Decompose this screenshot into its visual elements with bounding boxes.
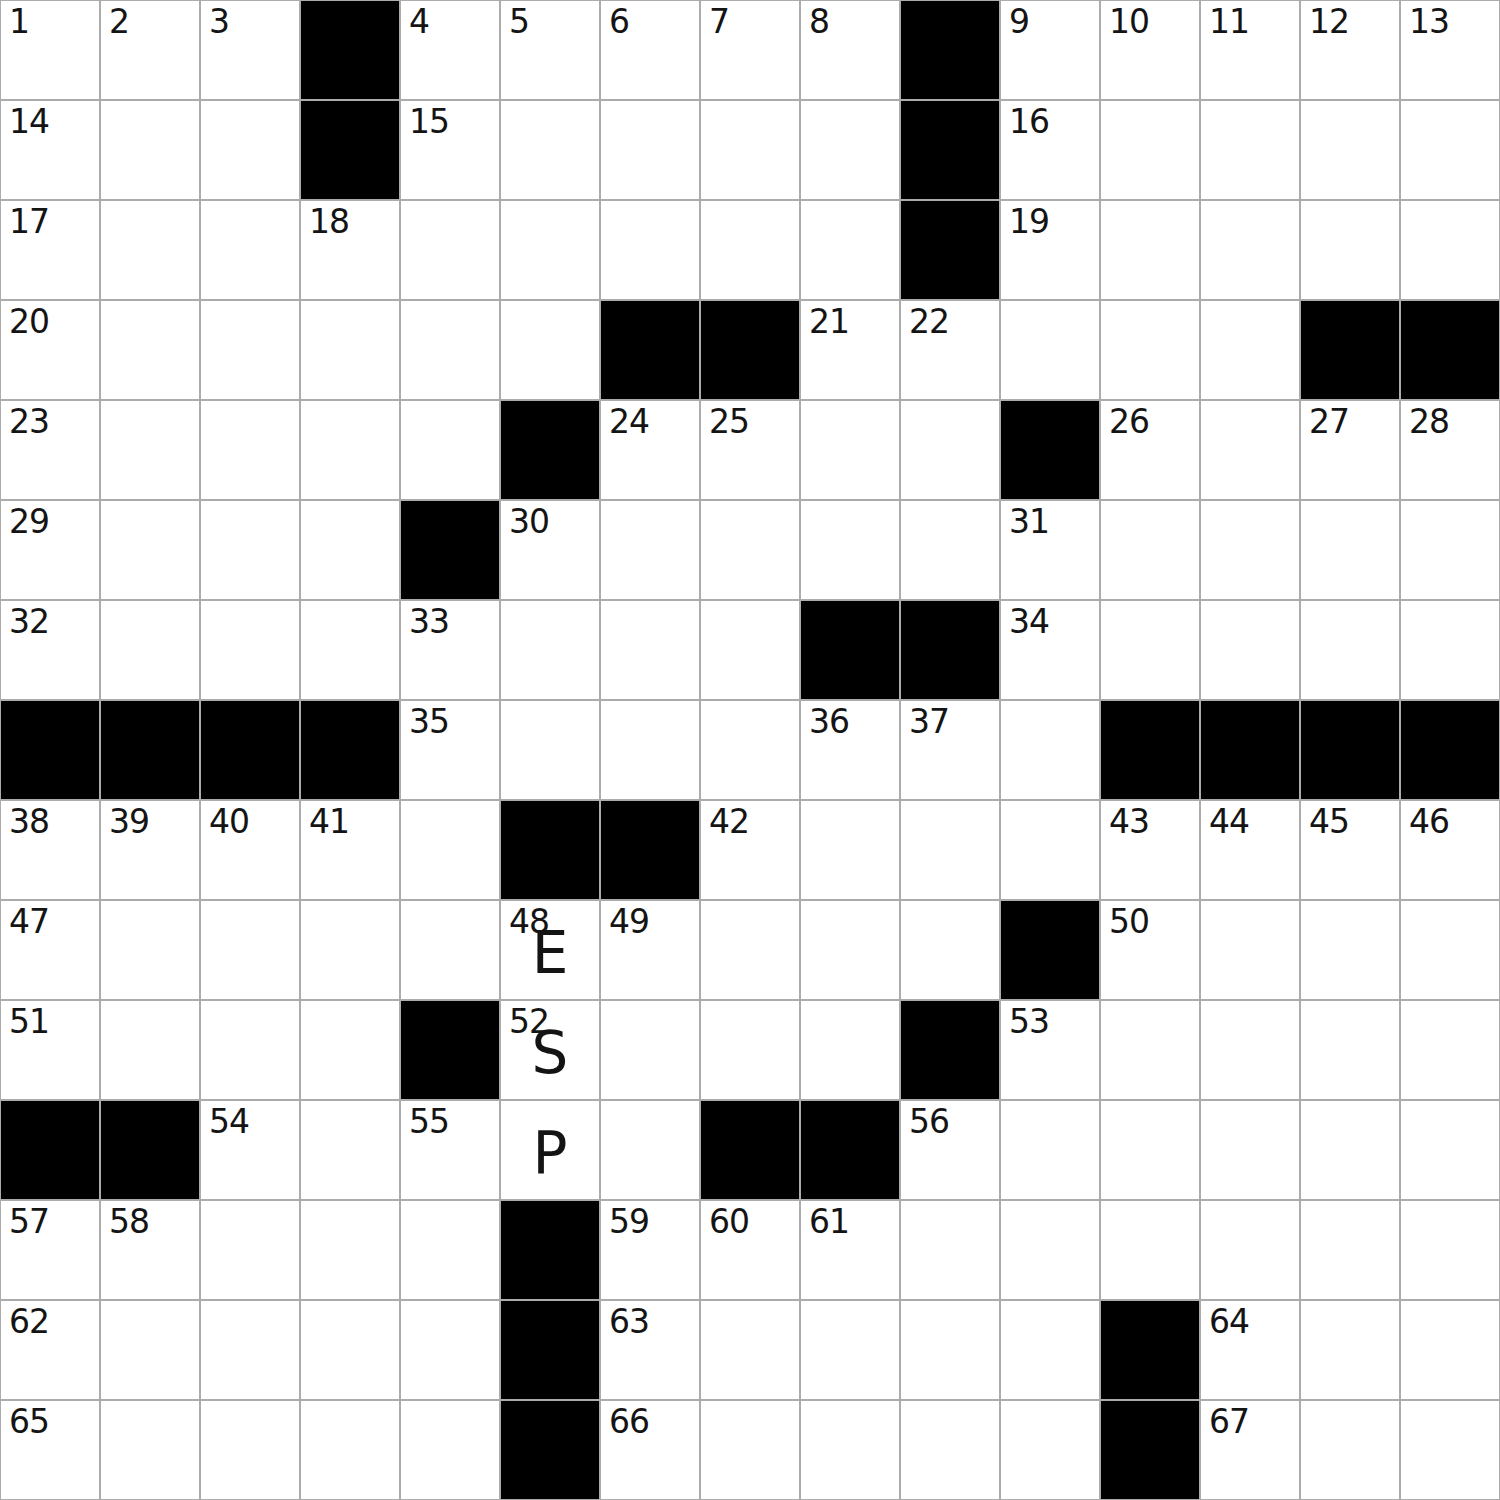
cell-r2c3[interactable] xyxy=(200,100,300,200)
cell-r3c14[interactable] xyxy=(1300,200,1400,300)
cell-r2c14[interactable] xyxy=(1300,100,1400,200)
clue-number: 14 xyxy=(9,104,49,140)
cell-r4c10[interactable]: 22 xyxy=(900,300,1000,400)
cell-r9c11[interactable] xyxy=(1000,800,1100,900)
cell-r4c5[interactable] xyxy=(400,300,500,400)
cell-r9c2[interactable]: 39 xyxy=(100,800,200,900)
cell-r1c5[interactable]: 4 xyxy=(400,0,500,100)
clue-number: 39 xyxy=(109,804,149,840)
cell-r15c2[interactable] xyxy=(100,1400,200,1500)
clue-number: 25 xyxy=(709,404,749,440)
clue-number: 22 xyxy=(909,304,949,340)
cell-r6c2[interactable] xyxy=(100,500,200,600)
cell-r11c9[interactable] xyxy=(800,1000,900,1100)
cell-r2c1[interactable]: 14 xyxy=(0,100,100,200)
cell-r11c8[interactable] xyxy=(700,1000,800,1100)
cell-r13c12[interactable] xyxy=(1100,1200,1200,1300)
cell-r14c15[interactable] xyxy=(1400,1300,1500,1400)
cell-r11c13[interactable] xyxy=(1200,1000,1300,1100)
cell-r1c15[interactable]: 13 xyxy=(1400,0,1500,100)
cell-r11c15[interactable] xyxy=(1400,1000,1500,1100)
clue-number: 64 xyxy=(1209,1304,1249,1340)
block-r9c6 xyxy=(500,800,600,900)
clue-number: 66 xyxy=(609,1404,649,1440)
block-r11c5 xyxy=(400,1000,500,1100)
cell-r4c9[interactable]: 21 xyxy=(800,300,900,400)
cell-r15c9[interactable] xyxy=(800,1400,900,1500)
cell-r13c4[interactable] xyxy=(300,1200,400,1300)
cell-r15c4[interactable] xyxy=(300,1400,400,1500)
block-r15c6 xyxy=(500,1400,600,1500)
cell-r3c4[interactable]: 18 xyxy=(300,200,400,300)
cell-r12c12[interactable] xyxy=(1100,1100,1200,1200)
cell-r8c10[interactable]: 37 xyxy=(900,700,1000,800)
cell-r9c1[interactable]: 38 xyxy=(0,800,100,900)
clue-number: 20 xyxy=(9,304,49,340)
cell-r12c11[interactable] xyxy=(1000,1100,1100,1200)
cell-r14c13[interactable]: 64 xyxy=(1200,1300,1300,1400)
clue-number: 51 xyxy=(9,1004,49,1040)
cell-r12c4[interactable] xyxy=(300,1100,400,1200)
block-r8c2 xyxy=(100,700,200,800)
clue-number: 58 xyxy=(109,1204,149,1240)
cell-r7c1[interactable]: 32 xyxy=(0,600,100,700)
cell-r14c2[interactable] xyxy=(100,1300,200,1400)
block-r8c14 xyxy=(1300,700,1400,800)
cell-r5c5[interactable] xyxy=(400,400,500,500)
cell-r4c11[interactable] xyxy=(1000,300,1100,400)
clue-number: 23 xyxy=(9,404,49,440)
cell-r11c7[interactable] xyxy=(600,1000,700,1100)
clue-number: 32 xyxy=(9,604,49,640)
block-r4c14 xyxy=(1300,300,1400,400)
cell-r8c5[interactable]: 35 xyxy=(400,700,500,800)
cell-r13c8[interactable]: 60 xyxy=(700,1200,800,1300)
cell-r5c8[interactable]: 25 xyxy=(700,400,800,500)
block-r2c4 xyxy=(300,100,400,200)
cell-letter: S xyxy=(501,1001,599,1099)
cell-r11c2[interactable] xyxy=(100,1000,200,1100)
block-r10c11 xyxy=(1000,900,1100,1000)
cell-r1c14[interactable]: 12 xyxy=(1300,0,1400,100)
cell-r15c11[interactable] xyxy=(1000,1400,1100,1500)
cell-r3c2[interactable] xyxy=(100,200,200,300)
clue-number: 3 xyxy=(209,4,229,40)
cell-r10c3[interactable] xyxy=(200,900,300,1000)
cell-r2c12[interactable] xyxy=(1100,100,1200,200)
block-r12c8 xyxy=(700,1100,800,1200)
block-r8c15 xyxy=(1400,700,1500,800)
cell-r14c9[interactable] xyxy=(800,1300,900,1400)
crossword-board: 1234567891011121314151617181920212223242… xyxy=(0,0,1500,1500)
cell-r1c11[interactable]: 9 xyxy=(1000,0,1100,100)
block-r7c10 xyxy=(900,600,1000,700)
clue-number: 6 xyxy=(609,4,629,40)
cell-r1c9[interactable]: 8 xyxy=(800,0,900,100)
clue-number: 19 xyxy=(1009,204,1049,240)
cell-r15c14[interactable] xyxy=(1300,1400,1400,1500)
clue-number: 43 xyxy=(1109,804,1149,840)
cell-r8c6[interactable] xyxy=(500,700,600,800)
cell-r13c1[interactable]: 57 xyxy=(0,1200,100,1300)
cell-r10c10[interactable] xyxy=(900,900,1000,1000)
cell-r15c3[interactable] xyxy=(200,1400,300,1500)
cell-r7c8[interactable] xyxy=(700,600,800,700)
clue-number: 29 xyxy=(9,504,49,540)
cell-r5c2[interactable] xyxy=(100,400,200,500)
cell-r1c12[interactable]: 10 xyxy=(1100,0,1200,100)
cell-r6c12[interactable] xyxy=(1100,500,1200,600)
cell-r1c13[interactable]: 11 xyxy=(1200,0,1300,100)
clue-number: 53 xyxy=(1009,1004,1049,1040)
cell-r6c6[interactable]: 30 xyxy=(500,500,600,600)
cell-r13c13[interactable] xyxy=(1200,1200,1300,1300)
block-r8c12 xyxy=(1100,700,1200,800)
cell-r14c10[interactable] xyxy=(900,1300,1000,1400)
block-r5c11 xyxy=(1000,400,1100,500)
cell-r15c10[interactable] xyxy=(900,1400,1000,1500)
cell-r10c1[interactable]: 47 xyxy=(0,900,100,1000)
cell-r14c11[interactable] xyxy=(1000,1300,1100,1400)
cell-r14c1[interactable]: 62 xyxy=(0,1300,100,1400)
clue-number: 40 xyxy=(209,804,249,840)
cell-r10c12[interactable]: 50 xyxy=(1100,900,1200,1000)
cell-r9c3[interactable]: 40 xyxy=(200,800,300,900)
cell-r9c10[interactable] xyxy=(900,800,1000,900)
clue-number: 9 xyxy=(1009,4,1029,40)
clue-number: 36 xyxy=(809,704,849,740)
clue-number: 55 xyxy=(409,1104,449,1140)
cell-r7c5[interactable]: 33 xyxy=(400,600,500,700)
clue-number: 61 xyxy=(809,1204,849,1240)
cell-r10c14[interactable] xyxy=(1300,900,1400,1000)
cell-r13c15[interactable] xyxy=(1400,1200,1500,1300)
cell-r12c3[interactable]: 54 xyxy=(200,1100,300,1200)
clue-number: 57 xyxy=(9,1204,49,1240)
cell-r8c9[interactable]: 36 xyxy=(800,700,900,800)
cell-r6c14[interactable] xyxy=(1300,500,1400,600)
cell-r10c9[interactable] xyxy=(800,900,900,1000)
cell-r3c8[interactable] xyxy=(700,200,800,300)
cell-r13c11[interactable] xyxy=(1000,1200,1100,1300)
cell-r7c13[interactable] xyxy=(1200,600,1300,700)
block-r3c10 xyxy=(900,200,1000,300)
cell-r13c9[interactable]: 61 xyxy=(800,1200,900,1300)
cell-r4c4[interactable] xyxy=(300,300,400,400)
clue-number: 47 xyxy=(9,904,49,940)
clue-number: 45 xyxy=(1309,804,1349,840)
cell-r2c7[interactable] xyxy=(600,100,700,200)
cell-r15c13[interactable]: 67 xyxy=(1200,1400,1300,1500)
cell-r9c15[interactable]: 46 xyxy=(1400,800,1500,900)
cell-r11c3[interactable] xyxy=(200,1000,300,1100)
clue-number: 31 xyxy=(1009,504,1049,540)
cell-r7c4[interactable] xyxy=(300,600,400,700)
clue-number: 11 xyxy=(1209,4,1249,40)
cell-r8c8[interactable] xyxy=(700,700,800,800)
cell-r4c13[interactable] xyxy=(1200,300,1300,400)
clue-number: 46 xyxy=(1409,804,1449,840)
cell-r12c6[interactable]: P xyxy=(500,1100,600,1200)
clue-number: 50 xyxy=(1109,904,1149,940)
cell-r9c14[interactable]: 45 xyxy=(1300,800,1400,900)
cell-r10c5[interactable] xyxy=(400,900,500,1000)
cell-r5c4[interactable] xyxy=(300,400,400,500)
clue-number: 38 xyxy=(9,804,49,840)
cell-letter: E xyxy=(501,901,599,999)
cell-r14c3[interactable] xyxy=(200,1300,300,1400)
block-r4c15 xyxy=(1400,300,1500,400)
cell-r12c14[interactable] xyxy=(1300,1100,1400,1200)
cell-r10c13[interactable] xyxy=(1200,900,1300,1000)
cell-r13c14[interactable] xyxy=(1300,1200,1400,1300)
clue-number: 2 xyxy=(109,4,129,40)
clue-number: 49 xyxy=(609,904,649,940)
clue-number: 34 xyxy=(1009,604,1049,640)
cell-r2c11[interactable]: 16 xyxy=(1000,100,1100,200)
clue-number: 26 xyxy=(1109,404,1149,440)
block-r11c10 xyxy=(900,1000,1000,1100)
cell-r4c1[interactable]: 20 xyxy=(0,300,100,400)
cell-r11c14[interactable] xyxy=(1300,1000,1400,1100)
cell-r4c2[interactable] xyxy=(100,300,200,400)
block-r12c1 xyxy=(0,1100,100,1200)
cell-r3c13[interactable] xyxy=(1200,200,1300,300)
cell-r10c8[interactable] xyxy=(700,900,800,1000)
block-r1c10 xyxy=(900,0,1000,100)
cell-r2c8[interactable] xyxy=(700,100,800,200)
cell-r5c13[interactable] xyxy=(1200,400,1300,500)
cell-r5c9[interactable] xyxy=(800,400,900,500)
block-r8c13 xyxy=(1200,700,1300,800)
cell-r1c2[interactable]: 2 xyxy=(100,0,200,100)
clue-number: 24 xyxy=(609,404,649,440)
clue-number: 4 xyxy=(409,4,429,40)
clue-number: 37 xyxy=(909,704,949,740)
cell-r5c10[interactable] xyxy=(900,400,1000,500)
cell-r14c7[interactable]: 63 xyxy=(600,1300,700,1400)
cell-r5c14[interactable]: 27 xyxy=(1300,400,1400,500)
cell-r3c11[interactable]: 19 xyxy=(1000,200,1100,300)
block-r5c6 xyxy=(500,400,600,500)
block-r12c9 xyxy=(800,1100,900,1200)
block-r6c5 xyxy=(400,500,500,600)
cell-r7c11[interactable]: 34 xyxy=(1000,600,1100,700)
cell-r6c1[interactable]: 29 xyxy=(0,500,100,600)
cell-r11c6[interactable]: 52S xyxy=(500,1000,600,1100)
clue-number: 65 xyxy=(9,1404,49,1440)
cell-r6c8[interactable] xyxy=(700,500,800,600)
cell-r7c6[interactable] xyxy=(500,600,600,700)
cell-r10c15[interactable] xyxy=(1400,900,1500,1000)
clue-number: 5 xyxy=(509,4,529,40)
clue-number: 62 xyxy=(9,1304,49,1340)
cell-r12c10[interactable]: 56 xyxy=(900,1100,1000,1200)
cell-r4c6[interactable] xyxy=(500,300,600,400)
cell-r10c2[interactable] xyxy=(100,900,200,1000)
cell-r12c5[interactable]: 55 xyxy=(400,1100,500,1200)
cell-r9c12[interactable]: 43 xyxy=(1100,800,1200,900)
cell-r10c7[interactable]: 49 xyxy=(600,900,700,1000)
cell-r6c15[interactable] xyxy=(1400,500,1500,600)
cell-r10c6[interactable]: 48E xyxy=(500,900,600,1000)
cell-r5c3[interactable] xyxy=(200,400,300,500)
clue-number: 10 xyxy=(1109,4,1149,40)
cell-r15c1[interactable]: 65 xyxy=(0,1400,100,1500)
clue-number: 42 xyxy=(709,804,749,840)
clue-number: 41 xyxy=(309,804,349,840)
cell-r9c13[interactable]: 44 xyxy=(1200,800,1300,900)
cell-r6c9[interactable] xyxy=(800,500,900,600)
cell-r6c3[interactable] xyxy=(200,500,300,600)
cell-r9c9[interactable] xyxy=(800,800,900,900)
cell-r15c8[interactable] xyxy=(700,1400,800,1500)
cell-r3c15[interactable] xyxy=(1400,200,1500,300)
cell-r15c15[interactable] xyxy=(1400,1400,1500,1500)
block-r15c12 xyxy=(1100,1400,1200,1500)
clue-number: 67 xyxy=(1209,1404,1249,1440)
cell-r9c5[interactable] xyxy=(400,800,500,900)
cell-r8c11[interactable] xyxy=(1000,700,1100,800)
cell-r6c10[interactable] xyxy=(900,500,1000,600)
cell-r11c4[interactable] xyxy=(300,1000,400,1100)
cell-r14c14[interactable] xyxy=(1300,1300,1400,1400)
cell-r3c3[interactable] xyxy=(200,200,300,300)
cell-r2c9[interactable] xyxy=(800,100,900,200)
cell-r3c5[interactable] xyxy=(400,200,500,300)
cell-r4c12[interactable] xyxy=(1100,300,1200,400)
cell-r2c5[interactable]: 15 xyxy=(400,100,500,200)
block-r1c4 xyxy=(300,0,400,100)
clue-number: 21 xyxy=(809,304,849,340)
cell-r2c13[interactable] xyxy=(1200,100,1300,200)
cell-r14c4[interactable] xyxy=(300,1300,400,1400)
cell-r5c15[interactable]: 28 xyxy=(1400,400,1500,500)
clue-number: 59 xyxy=(609,1204,649,1240)
block-r2c10 xyxy=(900,100,1000,200)
cell-r5c12[interactable]: 26 xyxy=(1100,400,1200,500)
cell-r2c15[interactable] xyxy=(1400,100,1500,200)
cell-r9c8[interactable]: 42 xyxy=(700,800,800,900)
cell-r3c7[interactable] xyxy=(600,200,700,300)
cell-r7c14[interactable] xyxy=(1300,600,1400,700)
cell-r9c4[interactable]: 41 xyxy=(300,800,400,900)
clue-number: 56 xyxy=(909,1104,949,1140)
cell-r6c13[interactable] xyxy=(1200,500,1300,600)
cell-r13c5[interactable] xyxy=(400,1200,500,1300)
cell-r11c12[interactable] xyxy=(1100,1000,1200,1100)
cell-r13c2[interactable]: 58 xyxy=(100,1200,200,1300)
clue-number: 30 xyxy=(509,504,549,540)
cell-r8c7[interactable] xyxy=(600,700,700,800)
cell-r12c7[interactable] xyxy=(600,1100,700,1200)
cell-r6c7[interactable] xyxy=(600,500,700,600)
clue-number: 44 xyxy=(1209,804,1249,840)
cell-r1c3[interactable]: 3 xyxy=(200,0,300,100)
clue-number: 54 xyxy=(209,1104,249,1140)
block-r12c2 xyxy=(100,1100,200,1200)
cell-r15c5[interactable] xyxy=(400,1400,500,1500)
block-r8c4 xyxy=(300,700,400,800)
block-r7c9 xyxy=(800,600,900,700)
clue-number: 15 xyxy=(409,104,449,140)
cell-r3c9[interactable] xyxy=(800,200,900,300)
clue-number: 63 xyxy=(609,1304,649,1340)
block-r14c12 xyxy=(1100,1300,1200,1400)
cell-r3c12[interactable] xyxy=(1100,200,1200,300)
clue-number: 33 xyxy=(409,604,449,640)
cell-r2c6[interactable] xyxy=(500,100,600,200)
cell-r5c1[interactable]: 23 xyxy=(0,400,100,500)
cell-r7c15[interactable] xyxy=(1400,600,1500,700)
cell-r2c2[interactable] xyxy=(100,100,200,200)
block-r4c7 xyxy=(600,300,700,400)
cell-r1c8[interactable]: 7 xyxy=(700,0,800,100)
cell-r1c6[interactable]: 5 xyxy=(500,0,600,100)
cell-r6c11[interactable]: 31 xyxy=(1000,500,1100,600)
block-r14c6 xyxy=(500,1300,600,1400)
block-r4c8 xyxy=(700,300,800,400)
clue-number: 12 xyxy=(1309,4,1349,40)
cell-r15c7[interactable]: 66 xyxy=(600,1400,700,1500)
clue-number: 18 xyxy=(309,204,349,240)
cell-letter: P xyxy=(501,1101,599,1199)
clue-number: 17 xyxy=(9,204,49,240)
block-r9c7 xyxy=(600,800,700,900)
clue-number: 8 xyxy=(809,4,829,40)
cell-r11c11[interactable]: 53 xyxy=(1000,1000,1100,1100)
cell-r14c8[interactable] xyxy=(700,1300,800,1400)
clue-number: 13 xyxy=(1409,4,1449,40)
cell-r7c7[interactable] xyxy=(600,600,700,700)
clue-number: 16 xyxy=(1009,104,1049,140)
cell-r13c3[interactable] xyxy=(200,1200,300,1300)
clue-number: 35 xyxy=(409,704,449,740)
cell-r12c13[interactable] xyxy=(1200,1100,1300,1200)
block-r13c6 xyxy=(500,1200,600,1300)
cell-r7c12[interactable] xyxy=(1100,600,1200,700)
cell-r7c2[interactable] xyxy=(100,600,200,700)
cell-r14c5[interactable] xyxy=(400,1300,500,1400)
cell-r10c4[interactable] xyxy=(300,900,400,1000)
cell-r12c15[interactable] xyxy=(1400,1100,1500,1200)
cell-r7c3[interactable] xyxy=(200,600,300,700)
cell-r11c1[interactable]: 51 xyxy=(0,1000,100,1100)
clue-number: 7 xyxy=(709,4,729,40)
cell-r4c3[interactable] xyxy=(200,300,300,400)
cell-r5c7[interactable]: 24 xyxy=(600,400,700,500)
cell-r1c1[interactable]: 1 xyxy=(0,0,100,100)
clue-number: 60 xyxy=(709,1204,749,1240)
block-r8c3 xyxy=(200,700,300,800)
block-r8c1 xyxy=(0,700,100,800)
clue-number: 1 xyxy=(9,4,29,40)
cell-r13c7[interactable]: 59 xyxy=(600,1200,700,1300)
cell-r3c6[interactable] xyxy=(500,200,600,300)
clue-number: 28 xyxy=(1409,404,1449,440)
clue-number: 27 xyxy=(1309,404,1349,440)
cell-r13c10[interactable] xyxy=(900,1200,1000,1300)
cell-r3c1[interactable]: 17 xyxy=(0,200,100,300)
cell-r6c4[interactable] xyxy=(300,500,400,600)
cell-r1c7[interactable]: 6 xyxy=(600,0,700,100)
